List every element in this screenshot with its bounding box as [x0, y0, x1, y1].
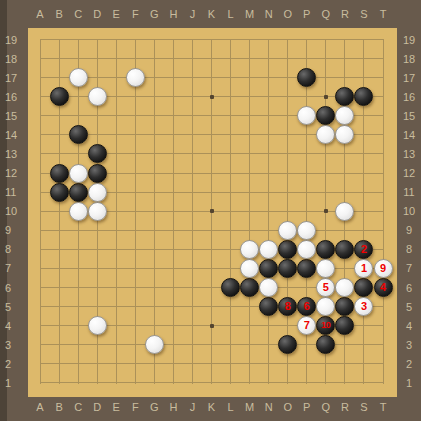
white-stone-R10[interactable] — [335, 202, 354, 221]
grid-line-vertical — [249, 39, 250, 384]
column-label-bottom-F: F — [126, 400, 144, 414]
move-number-1: 1 — [361, 263, 367, 274]
move-number-5: 5 — [323, 282, 329, 293]
column-label-bottom-E: E — [107, 400, 125, 414]
row-label-left-15: 15 — [5, 109, 25, 123]
grid-line-vertical — [287, 39, 288, 384]
row-label-left-19: 19 — [5, 33, 25, 47]
column-label-bottom-Q: Q — [317, 400, 335, 414]
row-label-left-12: 12 — [5, 166, 25, 180]
black-stone-L6[interactable] — [221, 278, 240, 297]
black-stone-B16[interactable] — [50, 87, 69, 106]
white-stone-C10[interactable] — [69, 202, 88, 221]
white-stone-N8[interactable] — [259, 240, 278, 259]
column-label-top-E: E — [107, 7, 125, 21]
column-label-bottom-K: K — [203, 400, 221, 414]
row-label-left-14: 14 — [5, 128, 25, 142]
row-label-right-1: 1 — [399, 376, 419, 390]
black-stone-O8[interactable] — [278, 240, 297, 259]
row-label-left-9: 9 — [5, 223, 25, 237]
black-stone-C14[interactable] — [69, 125, 88, 144]
row-label-right-6: 6 — [399, 281, 419, 295]
column-label-top-D: D — [88, 7, 106, 21]
column-label-top-G: G — [145, 7, 163, 21]
column-label-top-A: A — [31, 7, 49, 21]
column-label-top-O: O — [279, 7, 297, 21]
row-label-right-3: 3 — [399, 338, 419, 352]
column-label-bottom-B: B — [50, 400, 68, 414]
row-label-right-7: 7 — [399, 261, 419, 275]
white-stone-D16[interactable] — [88, 87, 107, 106]
column-label-top-Q: Q — [317, 7, 335, 21]
column-label-top-F: F — [126, 7, 144, 21]
row-label-left-11: 11 — [5, 185, 25, 199]
row-label-right-8: 8 — [399, 242, 419, 256]
black-stone-T6[interactable]: 4 — [374, 278, 393, 297]
column-label-bottom-D: D — [88, 400, 106, 414]
row-label-right-17: 17 — [399, 71, 419, 85]
white-stone-D10[interactable] — [88, 202, 107, 221]
white-stone-M8[interactable] — [240, 240, 259, 259]
white-stone-P9[interactable] — [297, 221, 316, 240]
column-label-bottom-A: A — [31, 400, 49, 414]
row-label-left-2: 2 — [5, 357, 25, 371]
column-label-top-N: N — [260, 7, 278, 21]
column-label-bottom-G: G — [145, 400, 163, 414]
row-label-left-1: 1 — [5, 376, 25, 390]
column-label-bottom-R: R — [336, 400, 354, 414]
row-label-right-15: 15 — [399, 109, 419, 123]
row-label-left-16: 16 — [5, 90, 25, 104]
white-stone-T7[interactable]: 9 — [374, 259, 393, 278]
column-label-top-K: K — [203, 7, 221, 21]
star-point-Q16 — [324, 95, 328, 99]
grid-line-vertical — [383, 39, 384, 384]
white-stone-F17[interactable] — [126, 68, 145, 87]
row-label-left-13: 13 — [5, 147, 25, 161]
column-label-top-T: T — [374, 7, 392, 21]
star-point-K10 — [210, 209, 214, 213]
row-label-right-19: 19 — [399, 33, 419, 47]
white-stone-C17[interactable] — [69, 68, 88, 87]
row-label-right-9: 9 — [399, 223, 419, 237]
white-stone-D4[interactable] — [88, 316, 107, 335]
column-label-bottom-C: C — [69, 400, 87, 414]
column-label-top-R: R — [336, 7, 354, 21]
column-label-top-B: B — [50, 7, 68, 21]
column-label-top-S: S — [355, 7, 373, 21]
star-point-K16 — [210, 95, 214, 99]
column-label-top-C: C — [69, 7, 87, 21]
grid-line-vertical — [230, 39, 231, 384]
row-label-right-10: 10 — [399, 204, 419, 218]
column-label-bottom-J: J — [183, 400, 201, 414]
star-point-K4 — [210, 324, 214, 328]
white-stone-O9[interactable] — [278, 221, 297, 240]
row-label-left-10: 10 — [5, 204, 25, 218]
row-label-left-17: 17 — [5, 71, 25, 85]
go-board-diagram: AABBCCDDEEFFGGHHJJKKLLMMNNOOPPQQRRSSTT19… — [0, 0, 421, 421]
black-stone-D12[interactable] — [88, 164, 107, 183]
row-label-right-12: 12 — [399, 166, 419, 180]
row-label-right-4: 4 — [399, 319, 419, 333]
black-stone-N7[interactable] — [259, 259, 278, 278]
column-label-bottom-H: H — [164, 400, 182, 414]
move-number-4: 4 — [380, 282, 386, 293]
move-number-3: 3 — [361, 301, 367, 312]
column-label-top-M: M — [241, 7, 259, 21]
grid-line-horizontal — [40, 230, 384, 231]
grid-line-horizontal — [40, 382, 384, 383]
column-label-bottom-M: M — [241, 400, 259, 414]
grid-line-vertical — [268, 39, 269, 384]
white-stone-C12[interactable] — [69, 164, 88, 183]
column-label-bottom-P: P — [298, 400, 316, 414]
row-label-left-18: 18 — [5, 52, 25, 66]
row-label-right-18: 18 — [399, 52, 419, 66]
row-label-left-4: 4 — [5, 319, 25, 333]
column-label-bottom-T: T — [374, 400, 392, 414]
column-label-bottom-O: O — [279, 400, 297, 414]
row-label-left-7: 7 — [5, 261, 25, 275]
row-label-left-3: 3 — [5, 338, 25, 352]
move-number-2: 2 — [361, 244, 367, 255]
row-label-left-8: 8 — [5, 242, 25, 256]
move-number-10: 10 — [321, 321, 330, 330]
column-label-top-H: H — [164, 7, 182, 21]
column-label-top-P: P — [298, 7, 316, 21]
column-label-top-J: J — [183, 7, 201, 21]
row-label-right-13: 13 — [399, 147, 419, 161]
row-label-right-11: 11 — [399, 185, 419, 199]
move-number-6: 6 — [304, 301, 310, 312]
row-label-right-16: 16 — [399, 90, 419, 104]
black-stone-B11[interactable] — [50, 183, 69, 202]
black-stone-B12[interactable] — [50, 164, 69, 183]
row-label-right-5: 5 — [399, 300, 419, 314]
move-number-7: 7 — [304, 320, 310, 331]
move-number-8: 8 — [285, 301, 291, 312]
row-label-left-6: 6 — [5, 281, 25, 295]
move-number-9: 9 — [380, 263, 386, 274]
white-stone-M7[interactable] — [240, 259, 259, 278]
grid-line-horizontal — [40, 363, 384, 364]
row-label-right-2: 2 — [399, 357, 419, 371]
black-stone-C11[interactable] — [69, 183, 88, 202]
row-label-right-14: 14 — [399, 128, 419, 142]
white-stone-D11[interactable] — [88, 183, 107, 202]
row-label-left-5: 5 — [5, 300, 25, 314]
column-label-bottom-N: N — [260, 400, 278, 414]
column-label-bottom-S: S — [355, 400, 373, 414]
column-label-top-L: L — [222, 7, 240, 21]
star-point-Q10 — [324, 209, 328, 213]
column-label-bottom-L: L — [222, 400, 240, 414]
